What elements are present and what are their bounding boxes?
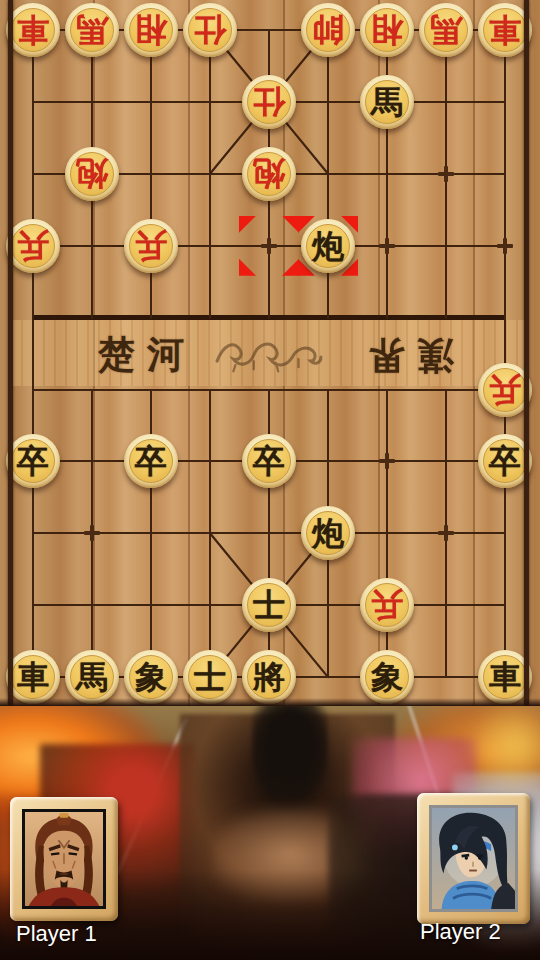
piece-glyph: 馬 bbox=[76, 14, 108, 46]
piece-glyph: 卒 bbox=[489, 445, 521, 477]
piece-glyph: 炮 bbox=[312, 230, 344, 262]
piece-black-elephant[interactable]: 象 bbox=[360, 650, 414, 704]
piece-black-soldier[interactable]: 卒 bbox=[6, 434, 60, 488]
grid-line bbox=[150, 389, 152, 679]
point-marker bbox=[379, 238, 395, 254]
piece-face: 兵 bbox=[365, 583, 409, 627]
piece-red-horse[interactable]: 馬 bbox=[65, 3, 119, 57]
piece-glyph: 車 bbox=[17, 14, 49, 46]
piece-black-cannon[interactable]: 炮 bbox=[301, 506, 355, 560]
piece-glyph: 車 bbox=[17, 661, 49, 693]
piece-face: 將 bbox=[247, 655, 291, 699]
piece-face: 車 bbox=[11, 8, 55, 52]
grid-line bbox=[386, 389, 388, 679]
piece-glyph: 炮 bbox=[76, 158, 108, 190]
piece-face: 帥 bbox=[306, 8, 350, 52]
piece-face: 士 bbox=[188, 655, 232, 699]
piece-glyph: 卒 bbox=[17, 445, 49, 477]
grid-line bbox=[150, 29, 152, 319]
piece-face: 卒 bbox=[483, 439, 527, 483]
player2-portrait bbox=[429, 805, 518, 912]
piece-face: 炮 bbox=[247, 152, 291, 196]
piece-face: 馬 bbox=[70, 655, 114, 699]
last-move-highlight bbox=[239, 216, 299, 276]
piece-face: 仕 bbox=[247, 80, 291, 124]
piece-black-chariot[interactable]: 車 bbox=[6, 650, 60, 704]
piece-red-advisor[interactable]: 仕 bbox=[183, 3, 237, 57]
dragon-watermark-icon bbox=[213, 330, 325, 378]
player1-avatar[interactable] bbox=[10, 797, 118, 921]
piece-face: 象 bbox=[365, 655, 409, 699]
piece-black-soldier[interactable]: 卒 bbox=[242, 434, 296, 488]
piece-face: 車 bbox=[483, 655, 527, 699]
piece-glyph: 馬 bbox=[371, 86, 403, 118]
piece-face: 車 bbox=[11, 655, 55, 699]
piece-face: 卒 bbox=[11, 439, 55, 483]
piece-face: 馬 bbox=[70, 8, 114, 52]
board-frame-right bbox=[524, 0, 529, 706]
piece-red-cannon[interactable]: 炮 bbox=[65, 147, 119, 201]
piece-glyph: 兵 bbox=[371, 589, 403, 621]
piece-glyph: 象 bbox=[371, 661, 403, 693]
piece-glyph: 卒 bbox=[253, 445, 285, 477]
piece-black-horse[interactable]: 馬 bbox=[65, 650, 119, 704]
piece-red-soldier[interactable]: 兵 bbox=[124, 219, 178, 273]
piece-red-cannon[interactable]: 炮 bbox=[242, 147, 296, 201]
piece-red-chariot[interactable]: 車 bbox=[6, 3, 60, 57]
board-frame-left bbox=[8, 0, 13, 706]
grid-line bbox=[268, 389, 270, 679]
piece-glyph: 炮 bbox=[312, 517, 344, 549]
piece-glyph: 仕 bbox=[194, 14, 226, 46]
piece-glyph: 馬 bbox=[76, 661, 108, 693]
piece-red-general[interactable]: 帥 bbox=[301, 3, 355, 57]
piece-glyph: 馬 bbox=[430, 14, 462, 46]
piece-face: 相 bbox=[129, 8, 173, 52]
player2-name-label: Player 2 bbox=[420, 919, 501, 945]
piece-glyph: 車 bbox=[489, 661, 521, 693]
piece-glyph: 炮 bbox=[253, 158, 285, 190]
piece-glyph: 帥 bbox=[312, 14, 344, 46]
piece-red-elephant[interactable]: 相 bbox=[360, 3, 414, 57]
piece-black-advisor[interactable]: 士 bbox=[183, 650, 237, 704]
piece-face: 馬 bbox=[365, 80, 409, 124]
point-marker bbox=[438, 525, 454, 541]
piece-glyph: 兵 bbox=[135, 230, 167, 262]
point-marker bbox=[497, 238, 513, 254]
river-label-han-jie: 漢界 bbox=[356, 330, 454, 380]
piece-glyph: 將 bbox=[253, 661, 285, 693]
piece-glyph: 兵 bbox=[489, 374, 521, 406]
piece-red-elephant[interactable]: 相 bbox=[124, 3, 178, 57]
piece-face: 相 bbox=[365, 8, 409, 52]
piece-glyph: 相 bbox=[371, 14, 403, 46]
point-marker bbox=[379, 453, 395, 469]
piece-glyph: 象 bbox=[135, 661, 167, 693]
piece-black-general[interactable]: 將 bbox=[242, 650, 296, 704]
xiangqi-game-screen: 楚河 漢界 車馬相仕帥相馬車仕炮炮兵兵兵兵馬炮卒卒卒卒炮士車馬象士將象車 bbox=[0, 0, 540, 960]
gold-glow bbox=[468, 706, 540, 793]
piece-face: 兵 bbox=[11, 224, 55, 268]
piece-glyph: 仕 bbox=[253, 86, 285, 118]
piece-face: 兵 bbox=[129, 224, 173, 268]
grid-line bbox=[209, 389, 211, 679]
grid-line bbox=[386, 29, 388, 319]
grid-line bbox=[209, 29, 211, 319]
piece-face: 士 bbox=[247, 583, 291, 627]
grid-line bbox=[504, 29, 506, 678]
piece-red-soldier[interactable]: 兵 bbox=[6, 219, 60, 273]
piece-black-cannon[interactable]: 炮 bbox=[301, 219, 355, 273]
player2-avatar[interactable] bbox=[417, 793, 530, 924]
piece-black-soldier[interactable]: 卒 bbox=[124, 434, 178, 488]
piece-glyph: 卒 bbox=[135, 445, 167, 477]
point-marker bbox=[438, 166, 454, 182]
piece-face: 炮 bbox=[306, 224, 350, 268]
player1-name-label: Player 1 bbox=[16, 921, 97, 947]
point-marker bbox=[84, 525, 100, 541]
piece-black-elephant[interactable]: 象 bbox=[124, 650, 178, 704]
piece-face: 象 bbox=[129, 655, 173, 699]
central-warrior-hair bbox=[252, 706, 328, 797]
piece-face: 馬 bbox=[424, 8, 468, 52]
river-label-chu-he: 楚河 bbox=[98, 330, 196, 380]
piece-red-horse[interactable]: 馬 bbox=[419, 3, 473, 57]
piece-black-horse[interactable]: 馬 bbox=[360, 75, 414, 129]
piece-glyph: 士 bbox=[253, 589, 285, 621]
blue-scarf-portrait-image bbox=[432, 808, 515, 909]
grid-line bbox=[32, 29, 34, 678]
piece-face: 卒 bbox=[129, 439, 173, 483]
piece-face: 炮 bbox=[70, 152, 114, 196]
player1-portrait bbox=[22, 809, 106, 909]
piece-face: 車 bbox=[483, 8, 527, 52]
xiangqi-board[interactable]: 楚河 漢界 車馬相仕帥相馬車仕炮炮兵兵兵兵馬炮卒卒卒卒炮士車馬象士將象車 bbox=[0, 0, 540, 706]
piece-face: 卒 bbox=[247, 439, 291, 483]
piece-glyph: 相 bbox=[135, 14, 167, 46]
board-bottom-edge bbox=[0, 698, 540, 706]
piece-glyph: 士 bbox=[194, 661, 226, 693]
piece-glyph: 車 bbox=[489, 14, 521, 46]
piece-face: 兵 bbox=[483, 368, 527, 412]
warrior-portrait-image bbox=[25, 812, 103, 906]
piece-red-advisor[interactable]: 仕 bbox=[242, 75, 296, 129]
piece-face: 炮 bbox=[306, 511, 350, 555]
piece-face: 仕 bbox=[188, 8, 232, 52]
piece-black-advisor[interactable]: 士 bbox=[242, 578, 296, 632]
piece-red-soldier[interactable]: 兵 bbox=[360, 578, 414, 632]
piece-glyph: 兵 bbox=[17, 230, 49, 262]
